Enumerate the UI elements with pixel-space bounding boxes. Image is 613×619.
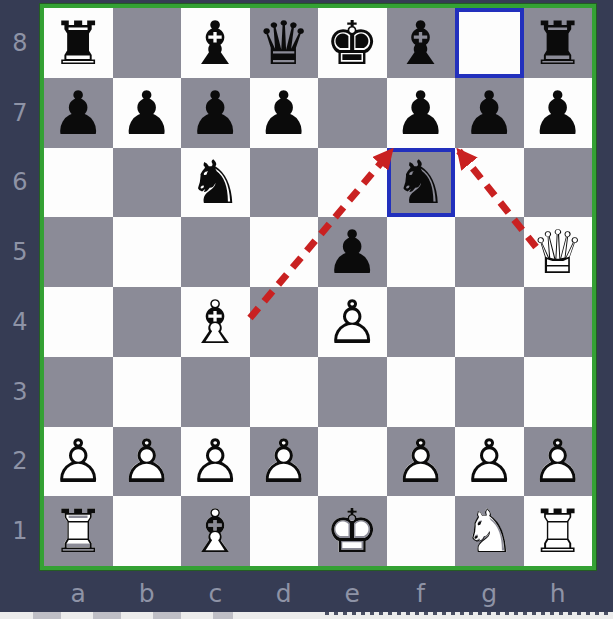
rank-label-6: 6 xyxy=(6,168,34,196)
piece-black-bishop[interactable]: ♝ xyxy=(181,8,250,78)
square-g8[interactable] xyxy=(455,8,524,78)
square-e2[interactable] xyxy=(318,427,387,497)
square-g5[interactable] xyxy=(455,217,524,287)
piece-white-rook-fill: ♜ xyxy=(524,496,593,566)
piece-black-pawn[interactable]: ♟ xyxy=(181,78,250,148)
piece-white-queen-fill: ♛ xyxy=(524,217,593,287)
piece-black-bishop[interactable]: ♝ xyxy=(387,8,456,78)
square-b2[interactable]: ♟♙ xyxy=(113,427,182,497)
piece-white-pawn[interactable]: ♙ xyxy=(387,427,456,497)
piece-white-bishop-fill: ♝ xyxy=(181,496,250,566)
square-f6[interactable]: ♞ xyxy=(387,148,456,218)
rank-label-5: 5 xyxy=(6,238,34,266)
square-f3[interactable] xyxy=(387,357,456,427)
square-a1[interactable]: ♜♖ xyxy=(44,496,113,566)
square-h3[interactable] xyxy=(524,357,593,427)
square-f1[interactable] xyxy=(387,496,456,566)
page-below-fold-strip xyxy=(0,612,613,619)
square-c2[interactable]: ♟♙ xyxy=(181,427,250,497)
file-label-g: g xyxy=(455,580,524,608)
square-d6[interactable] xyxy=(250,148,319,218)
piece-white-rook[interactable]: ♖ xyxy=(524,496,593,566)
square-b6[interactable] xyxy=(113,148,182,218)
piece-white-rook-fill: ♜ xyxy=(44,496,113,566)
square-c8[interactable]: ♝ xyxy=(181,8,250,78)
square-e3[interactable] xyxy=(318,357,387,427)
file-label-d: d xyxy=(250,580,319,608)
square-g7[interactable]: ♟ xyxy=(455,78,524,148)
square-c1[interactable]: ♝♗ xyxy=(181,496,250,566)
piece-black-pawn[interactable]: ♟ xyxy=(318,217,387,287)
piece-white-pawn-fill: ♟ xyxy=(387,427,456,497)
piece-white-pawn[interactable]: ♙ xyxy=(181,427,250,497)
rank-label-3: 3 xyxy=(6,378,34,406)
square-f4[interactable] xyxy=(387,287,456,357)
piece-white-pawn[interactable]: ♙ xyxy=(524,427,593,497)
square-d7[interactable]: ♟ xyxy=(250,78,319,148)
square-c6[interactable]: ♞ xyxy=(181,148,250,218)
piece-black-pawn[interactable]: ♟ xyxy=(524,78,593,148)
square-e1[interactable]: ♚♔ xyxy=(318,496,387,566)
piece-white-pawn-fill: ♟ xyxy=(181,427,250,497)
piece-white-bishop[interactable]: ♗ xyxy=(181,496,250,566)
square-a7[interactable]: ♟ xyxy=(44,78,113,148)
piece-white-pawn-fill: ♟ xyxy=(524,427,593,497)
piece-white-pawn-fill: ♟ xyxy=(44,427,113,497)
piece-white-pawn-fill: ♟ xyxy=(455,427,524,497)
square-b1[interactable] xyxy=(113,496,182,566)
square-f8[interactable]: ♝ xyxy=(387,8,456,78)
square-g6[interactable] xyxy=(455,148,524,218)
square-e8[interactable]: ♚ xyxy=(318,8,387,78)
piece-black-knight[interactable]: ♞ xyxy=(387,148,456,218)
square-h7[interactable]: ♟ xyxy=(524,78,593,148)
square-a8[interactable]: ♜ xyxy=(44,8,113,78)
piece-white-king[interactable]: ♔ xyxy=(318,496,387,566)
piece-white-pawn-fill: ♟ xyxy=(250,427,319,497)
square-b4[interactable] xyxy=(113,287,182,357)
rank-label-4: 4 xyxy=(6,308,34,336)
piece-black-queen[interactable]: ♛ xyxy=(250,8,319,78)
square-d2[interactable]: ♟♙ xyxy=(250,427,319,497)
cropped-dotted-line xyxy=(325,612,613,615)
square-h1[interactable]: ♜♖ xyxy=(524,496,593,566)
square-b3[interactable] xyxy=(113,357,182,427)
square-a4[interactable] xyxy=(44,287,113,357)
file-label-b: b xyxy=(113,580,182,608)
square-g3[interactable] xyxy=(455,357,524,427)
piece-white-rook[interactable]: ♖ xyxy=(44,496,113,566)
square-a3[interactable] xyxy=(44,357,113,427)
square-d5[interactable] xyxy=(250,217,319,287)
piece-black-knight[interactable]: ♞ xyxy=(181,148,250,218)
file-label-a: a xyxy=(44,580,113,608)
piece-white-pawn[interactable]: ♙ xyxy=(318,287,387,357)
rank-label-7: 7 xyxy=(6,99,34,127)
board-grid: ♜♝♛♚♝♜♟♟♟♟♟♟♟♞♞♟♛♕♝♗♟♙♟♙♟♙♟♙♟♙♟♙♟♙♟♙♜♖♝♗… xyxy=(44,8,592,566)
square-h8[interactable]: ♜ xyxy=(524,8,593,78)
square-e6[interactable] xyxy=(318,148,387,218)
piece-white-king-fill: ♚ xyxy=(318,496,387,566)
square-h2[interactable]: ♟♙ xyxy=(524,427,593,497)
piece-white-pawn[interactable]: ♙ xyxy=(250,427,319,497)
cropped-content-blocks xyxy=(33,612,233,619)
square-a5[interactable] xyxy=(44,217,113,287)
piece-white-bishop-fill: ♝ xyxy=(181,287,250,357)
square-d1[interactable] xyxy=(250,496,319,566)
square-g2[interactable]: ♟♙ xyxy=(455,427,524,497)
square-h5[interactable]: ♛♕ xyxy=(524,217,593,287)
piece-white-queen[interactable]: ♕ xyxy=(524,217,593,287)
square-d4[interactable] xyxy=(250,287,319,357)
square-d8[interactable]: ♛ xyxy=(250,8,319,78)
square-c5[interactable] xyxy=(181,217,250,287)
square-f5[interactable] xyxy=(387,217,456,287)
square-c4[interactable]: ♝♗ xyxy=(181,287,250,357)
piece-black-rook[interactable]: ♜ xyxy=(44,8,113,78)
piece-white-knight-fill: ♞ xyxy=(455,496,524,566)
piece-black-pawn[interactable]: ♟ xyxy=(113,78,182,148)
piece-white-pawn[interactable]: ♙ xyxy=(44,427,113,497)
square-h6[interactable] xyxy=(524,148,593,218)
file-label-h: h xyxy=(524,580,593,608)
piece-black-king[interactable]: ♚ xyxy=(318,8,387,78)
square-c7[interactable]: ♟ xyxy=(181,78,250,148)
rank-label-2: 2 xyxy=(6,447,34,475)
rank-label-8: 8 xyxy=(6,29,34,57)
piece-black-pawn[interactable]: ♟ xyxy=(387,78,456,148)
file-label-f: f xyxy=(387,580,456,608)
chess-board: ♜♝♛♚♝♜♟♟♟♟♟♟♟♞♞♟♛♕♝♗♟♙♟♙♟♙♟♙♟♙♟♙♟♙♟♙♜♖♝♗… xyxy=(40,4,596,570)
square-e5[interactable]: ♟ xyxy=(318,217,387,287)
piece-black-pawn[interactable]: ♟ xyxy=(455,78,524,148)
square-d3[interactable] xyxy=(250,357,319,427)
square-f7[interactable]: ♟ xyxy=(387,78,456,148)
square-b8[interactable] xyxy=(113,8,182,78)
square-g1[interactable]: ♞♘ xyxy=(455,496,524,566)
square-g4[interactable] xyxy=(455,287,524,357)
file-label-c: c xyxy=(181,580,250,608)
square-b5[interactable] xyxy=(113,217,182,287)
square-b7[interactable]: ♟ xyxy=(113,78,182,148)
square-a2[interactable]: ♟♙ xyxy=(44,427,113,497)
rank-label-1: 1 xyxy=(6,517,34,545)
piece-black-rook[interactable]: ♜ xyxy=(524,8,593,78)
piece-white-bishop[interactable]: ♗ xyxy=(181,287,250,357)
piece-black-pawn[interactable]: ♟ xyxy=(44,78,113,148)
square-c3[interactable] xyxy=(181,357,250,427)
square-h4[interactable] xyxy=(524,287,593,357)
square-e4[interactable]: ♟♙ xyxy=(318,287,387,357)
piece-white-pawn[interactable]: ♙ xyxy=(113,427,182,497)
piece-white-pawn-fill: ♟ xyxy=(113,427,182,497)
chess-board-panel: 87654321 ♜♝♛♚♝♜♟♟♟♟♟♟♟♞♞♟♛♕♝♗♟♙♟♙♟♙♟♙♟♙♟… xyxy=(0,0,613,619)
piece-white-pawn-fill: ♟ xyxy=(318,287,387,357)
piece-black-pawn[interactable]: ♟ xyxy=(250,78,319,148)
square-e7[interactable] xyxy=(318,78,387,148)
piece-white-pawn[interactable]: ♙ xyxy=(455,427,524,497)
square-f2[interactable]: ♟♙ xyxy=(387,427,456,497)
file-label-e: e xyxy=(318,580,387,608)
square-a6[interactable] xyxy=(44,148,113,218)
piece-white-knight[interactable]: ♘ xyxy=(455,496,524,566)
